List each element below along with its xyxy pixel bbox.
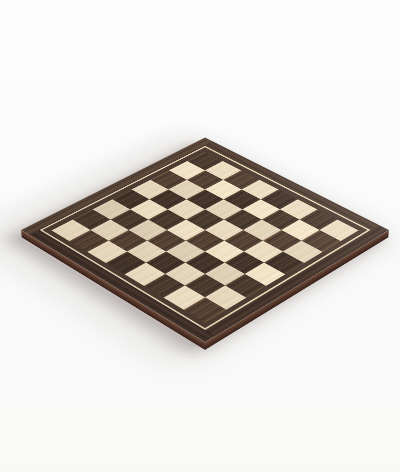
square-c7 (108, 230, 147, 252)
square-c8 (88, 241, 127, 263)
board-frame-east (195, 225, 389, 342)
square-f8 (144, 274, 184, 297)
square-e6 (166, 241, 205, 263)
square-h4 (264, 252, 304, 275)
square-d8 (106, 252, 146, 275)
square-d7 (127, 241, 166, 263)
square-f4 (224, 230, 263, 252)
square-f5 (205, 241, 244, 263)
square-g8 (164, 286, 205, 310)
square-g7 (185, 274, 225, 297)
square-e5 (186, 230, 225, 252)
square-h5 (245, 263, 285, 286)
square-g5 (225, 252, 265, 275)
square-h2 (302, 230, 341, 252)
square-h6 (225, 274, 265, 297)
product-photo-background (0, 0, 400, 472)
square-f7 (165, 263, 205, 286)
square-d6 (147, 230, 186, 252)
square-e8 (125, 263, 165, 286)
board-top-face (21, 137, 389, 342)
square-f6 (185, 252, 225, 275)
square-h7 (205, 286, 246, 310)
square-b8 (69, 230, 108, 252)
chessboard (21, 137, 389, 342)
board-frame-south (21, 225, 215, 342)
square-g3 (263, 230, 302, 252)
square-h8 (184, 298, 225, 322)
square-g6 (205, 263, 245, 286)
square-e7 (146, 252, 186, 275)
square-g4 (244, 241, 283, 263)
square-h3 (283, 241, 322, 263)
